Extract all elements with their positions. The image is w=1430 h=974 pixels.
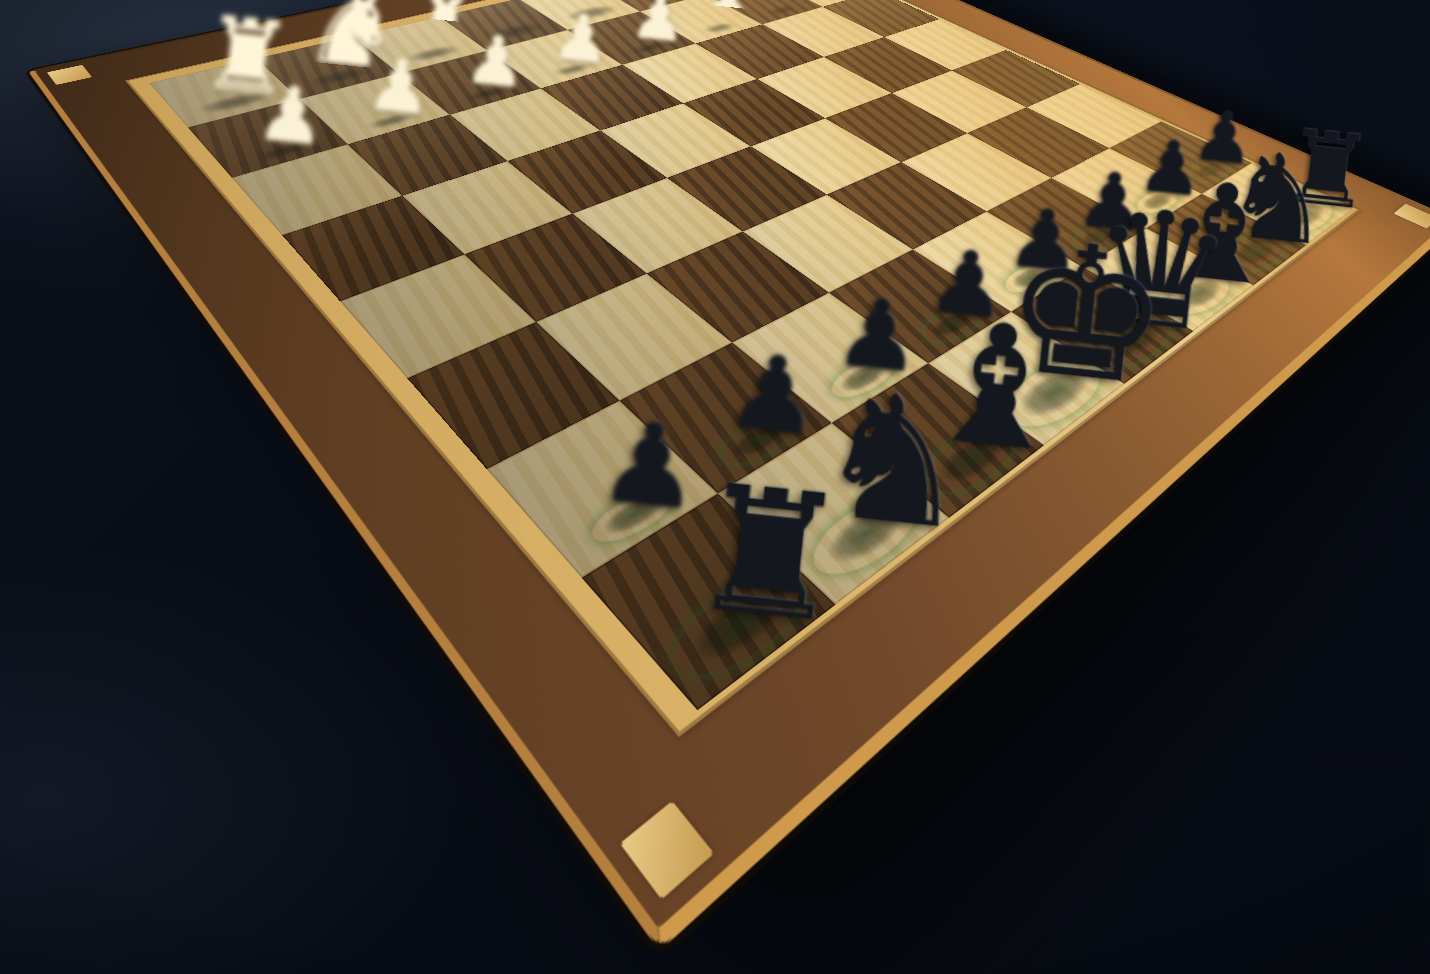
black-rook-h8[interactable]: ♜	[683, 461, 856, 650]
white-pawn-g2[interactable]: ♟	[364, 48, 436, 127]
white-pawn-b2[interactable]: ♟	[764, 0, 820, 14]
chessboard: ♜♞♝♚♛♝♞♜♟♟♟♟♟♟♟♟♟♟♟♟♟♟♟♟♜♞♝♚♛♝♞♜	[28, 0, 1430, 951]
black-pawn-h7[interactable]: ♟	[594, 405, 707, 528]
chess-photo-frame: ♜♞♝♚♛♝♞♜♟♟♟♟♟♟♟♟♟♟♟♟♟♟♟♟♜♞♝♚♛♝♞♜	[0, 0, 1430, 974]
white-pawn-h2[interactable]: ♟	[253, 74, 330, 158]
corner-inlay	[1393, 204, 1430, 229]
black-pawn-g7[interactable]: ♟	[723, 339, 826, 451]
white-pawn-c2[interactable]: ♟	[699, 0, 757, 32]
scene: ♜♞♝♚♛♝♞♜♟♟♟♟♟♟♟♟♟♟♟♟♟♟♟♟♜♞♝♚♛♝♞♜	[0, 0, 1430, 974]
corner-inlay	[620, 801, 714, 900]
white-pawn-e2[interactable]: ♟	[549, 4, 613, 74]
white-pawn-f2[interactable]: ♟	[462, 25, 530, 99]
square-b5[interactable]	[892, 70, 1027, 133]
white-pawn-d2[interactable]: ♟	[628, 0, 689, 52]
corner-inlay	[47, 65, 92, 85]
